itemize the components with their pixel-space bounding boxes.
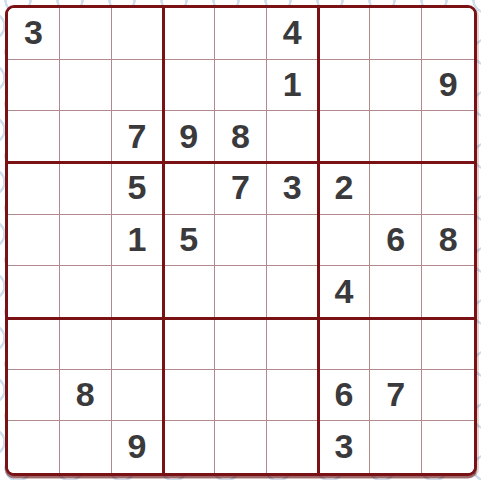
- cell-r4c6[interactable]: 3: [267, 163, 319, 215]
- cell-r1c8[interactable]: [370, 8, 422, 60]
- cell-r2c9[interactable]: 9: [422, 60, 474, 112]
- cell-r8c7[interactable]: 6: [319, 370, 371, 422]
- cell-r1c5[interactable]: [215, 8, 267, 60]
- given-digit: 5: [127, 170, 146, 204]
- cell-r9c4[interactable]: [163, 421, 215, 473]
- cell-r2c6[interactable]: 1: [267, 60, 319, 112]
- cell-r2c1[interactable]: [8, 60, 60, 112]
- given-digit: 7: [386, 377, 405, 411]
- cell-r2c4[interactable]: [163, 60, 215, 112]
- cell-r9c6[interactable]: [267, 421, 319, 473]
- cell-r1c7[interactable]: [319, 8, 371, 60]
- cell-r3c7[interactable]: [319, 111, 371, 163]
- cell-r3c3[interactable]: 7: [112, 111, 164, 163]
- given-digit: 7: [127, 119, 146, 153]
- cell-r2c3[interactable]: [112, 60, 164, 112]
- cell-r5c2[interactable]: [60, 215, 112, 267]
- cell-r7c9[interactable]: [422, 318, 474, 370]
- cell-r3c5[interactable]: 8: [215, 111, 267, 163]
- cell-r8c9[interactable]: [422, 370, 474, 422]
- sudoku-board: 341979857321568486793: [5, 5, 477, 476]
- cell-r8c8[interactable]: 7: [370, 370, 422, 422]
- cell-r9c5[interactable]: [215, 421, 267, 473]
- given-digit: 5: [179, 222, 198, 256]
- sudoku-grid: 341979857321568486793: [8, 8, 474, 473]
- given-digit: 1: [127, 222, 146, 256]
- cell-r2c2[interactable]: [60, 60, 112, 112]
- given-digit: 2: [335, 170, 354, 204]
- cell-r7c6[interactable]: [267, 318, 319, 370]
- given-digit: 3: [335, 429, 354, 463]
- cell-r6c7[interactable]: 4: [319, 266, 371, 318]
- cell-r6c4[interactable]: [163, 266, 215, 318]
- cell-r1c1[interactable]: 3: [8, 8, 60, 60]
- given-digit: 6: [335, 377, 354, 411]
- cell-r5c1[interactable]: [8, 215, 60, 267]
- given-digit: 7: [231, 170, 250, 204]
- given-digit: 4: [283, 15, 302, 49]
- given-digit: 1: [283, 67, 302, 101]
- cell-r8c5[interactable]: [215, 370, 267, 422]
- cell-r8c2[interactable]: 8: [60, 370, 112, 422]
- cell-r7c1[interactable]: [8, 318, 60, 370]
- cell-r5c7[interactable]: [319, 215, 371, 267]
- cell-r6c6[interactable]: [267, 266, 319, 318]
- given-digit: 9: [127, 429, 146, 463]
- cell-r4c5[interactable]: 7: [215, 163, 267, 215]
- cell-r5c4[interactable]: 5: [163, 215, 215, 267]
- cell-r5c5[interactable]: [215, 215, 267, 267]
- cell-r2c8[interactable]: [370, 60, 422, 112]
- cell-r3c8[interactable]: [370, 111, 422, 163]
- cell-r9c1[interactable]: [8, 421, 60, 473]
- cell-r8c1[interactable]: [8, 370, 60, 422]
- given-digit: 6: [386, 222, 405, 256]
- cell-r6c9[interactable]: [422, 266, 474, 318]
- cell-r7c5[interactable]: [215, 318, 267, 370]
- cell-r4c7[interactable]: 2: [319, 163, 371, 215]
- cell-r8c3[interactable]: [112, 370, 164, 422]
- cell-r3c9[interactable]: [422, 111, 474, 163]
- cell-r5c9[interactable]: 8: [422, 215, 474, 267]
- cell-r1c2[interactable]: [60, 8, 112, 60]
- cell-r8c6[interactable]: [267, 370, 319, 422]
- cell-r3c2[interactable]: [60, 111, 112, 163]
- given-digit: 3: [283, 170, 302, 204]
- cell-r9c7[interactable]: 3: [319, 421, 371, 473]
- cell-r3c6[interactable]: [267, 111, 319, 163]
- cell-r1c4[interactable]: [163, 8, 215, 60]
- given-digit: 8: [439, 222, 458, 256]
- cell-r4c2[interactable]: [60, 163, 112, 215]
- cell-r9c3[interactable]: 9: [112, 421, 164, 473]
- given-digit: 9: [179, 119, 198, 153]
- cell-r9c8[interactable]: [370, 421, 422, 473]
- cell-r7c4[interactable]: [163, 318, 215, 370]
- cell-r3c1[interactable]: [8, 111, 60, 163]
- cell-r4c8[interactable]: [370, 163, 422, 215]
- cell-r7c2[interactable]: [60, 318, 112, 370]
- cell-r1c3[interactable]: [112, 8, 164, 60]
- cell-r4c4[interactable]: [163, 163, 215, 215]
- cell-r4c9[interactable]: [422, 163, 474, 215]
- cell-r2c7[interactable]: [319, 60, 371, 112]
- cell-r5c6[interactable]: [267, 215, 319, 267]
- cell-r4c3[interactable]: 5: [112, 163, 164, 215]
- cell-r1c9[interactable]: [422, 8, 474, 60]
- cell-r9c2[interactable]: [60, 421, 112, 473]
- cell-r4c1[interactable]: [8, 163, 60, 215]
- given-digit: 4: [335, 274, 354, 308]
- cell-r7c8[interactable]: [370, 318, 422, 370]
- given-digit: 3: [24, 15, 43, 49]
- cell-r6c5[interactable]: [215, 266, 267, 318]
- cell-r2c5[interactable]: [215, 60, 267, 112]
- cell-r6c3[interactable]: [112, 266, 164, 318]
- cell-r6c2[interactable]: [60, 266, 112, 318]
- cell-r1c6[interactable]: 4: [267, 8, 319, 60]
- given-digit: 8: [231, 119, 250, 153]
- cell-r8c4[interactable]: [163, 370, 215, 422]
- cell-r7c3[interactable]: [112, 318, 164, 370]
- given-digit: 8: [76, 377, 95, 411]
- cell-r5c8[interactable]: 6: [370, 215, 422, 267]
- cell-r7c7[interactable]: [319, 318, 371, 370]
- given-digit: 9: [439, 67, 458, 101]
- cell-r5c3[interactable]: 1: [112, 215, 164, 267]
- cell-r3c4[interactable]: 9: [163, 111, 215, 163]
- cell-r9c9[interactable]: [422, 421, 474, 473]
- cell-r6c1[interactable]: [8, 266, 60, 318]
- cell-r6c8[interactable]: [370, 266, 422, 318]
